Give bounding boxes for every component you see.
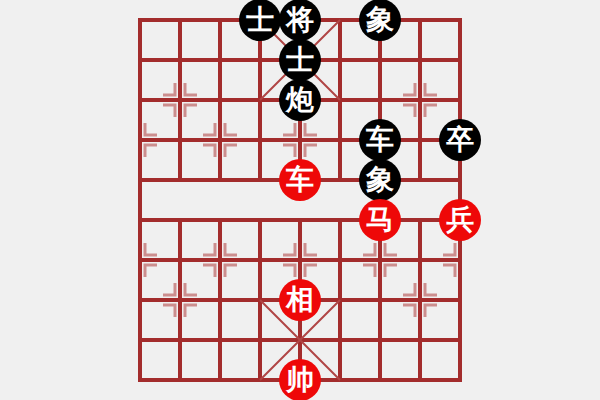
piece-black-elephant[interactable]: 象 [359, 0, 401, 41]
piece-black-advisor[interactable]: 士 [279, 39, 321, 81]
piece-black-elephant[interactable]: 象 [359, 159, 401, 201]
piece-red-elephant[interactable]: 相 [279, 279, 321, 321]
piece-red-soldier[interactable]: 兵 [439, 199, 481, 241]
xiangqi-diagram: 士将象士炮车卒车象马兵相帅 [0, 0, 600, 400]
piece-black-cannon[interactable]: 炮 [279, 79, 321, 121]
piece-red-chariot[interactable]: 车 [279, 159, 321, 201]
piece-black-soldier[interactable]: 卒 [439, 119, 481, 161]
piece-black-chariot[interactable]: 车 [359, 119, 401, 161]
piece-red-general[interactable]: 帅 [279, 359, 321, 400]
xiangqi-board: 士将象士炮车卒车象马兵相帅 [120, 0, 480, 400]
piece-black-general[interactable]: 将 [279, 0, 321, 41]
piece-black-advisor[interactable]: 士 [239, 0, 281, 41]
piece-red-horse[interactable]: 马 [359, 199, 401, 241]
